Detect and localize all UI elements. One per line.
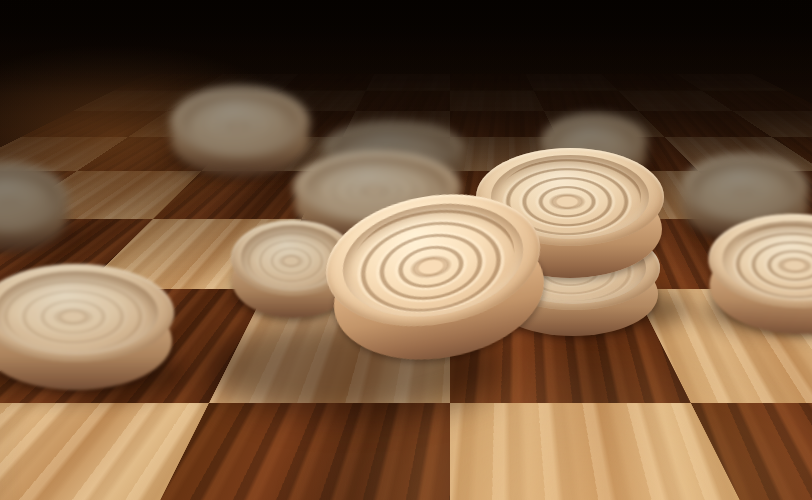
checkers-photo-scene: [0, 0, 812, 500]
checker-piece-right-ringed[interactable]: [706, 211, 812, 337]
piece-face-bg-left: [170, 86, 310, 160]
pieces-layer: [0, 0, 812, 500]
checker-piece-bg-left[interactable]: [170, 86, 310, 176]
checker-piece-left-large[interactable]: [0, 264, 174, 390]
checker-piece-edge-left-far[interactable]: [0, 163, 68, 251]
